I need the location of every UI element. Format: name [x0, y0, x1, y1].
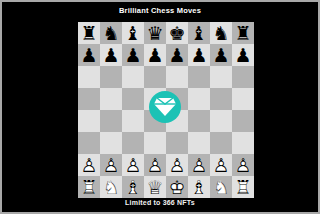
square-f2[interactable]: ♟♙ [188, 154, 210, 176]
white-pawn-outline: ♙ [232, 154, 254, 176]
square-e7[interactable]: ♟ [166, 44, 188, 66]
square-g7[interactable]: ♟ [210, 44, 232, 66]
square-a4[interactable] [78, 110, 100, 132]
square-d2[interactable]: ♟♙ [144, 154, 166, 176]
square-g8[interactable]: ♞ [210, 22, 232, 44]
square-c7[interactable]: ♟ [122, 44, 144, 66]
square-h4[interactable] [232, 110, 254, 132]
black-pawn: ♟ [100, 44, 122, 66]
white-pawn: ♟ [144, 154, 166, 176]
black-king: ♚ [166, 22, 188, 44]
black-queen: ♛ [144, 22, 166, 44]
black-pawn: ♟ [78, 44, 100, 66]
square-a7[interactable]: ♟ [78, 44, 100, 66]
square-d3[interactable] [144, 132, 166, 154]
white-rook: ♜ [78, 176, 100, 198]
gem-badge [149, 91, 181, 123]
black-pawn: ♟ [232, 44, 254, 66]
square-g6[interactable] [210, 66, 232, 88]
square-e6[interactable] [166, 66, 188, 88]
white-bishop-outline: ♗ [188, 176, 210, 198]
edition-caption: Limited to 366 NFTs [2, 196, 318, 210]
white-bishop: ♝ [122, 176, 144, 198]
square-g5[interactable] [210, 88, 232, 110]
page-title: Brilliant Chess Moves [2, 4, 318, 18]
square-h5[interactable] [232, 88, 254, 110]
white-knight-outline: ♘ [100, 176, 122, 198]
square-c4[interactable] [122, 110, 144, 132]
white-bishop-outline: ♗ [122, 176, 144, 198]
square-c2[interactable]: ♟♙ [122, 154, 144, 176]
white-knight: ♞ [210, 176, 232, 198]
square-d6[interactable] [144, 66, 166, 88]
square-g1[interactable]: ♞♘ [210, 176, 232, 198]
square-b2[interactable]: ♟♙ [100, 154, 122, 176]
square-f7[interactable]: ♟ [188, 44, 210, 66]
square-f3[interactable] [188, 132, 210, 154]
square-b4[interactable] [100, 110, 122, 132]
square-h3[interactable] [232, 132, 254, 154]
white-queen-outline: ♕ [144, 176, 166, 198]
square-b1[interactable]: ♞♘ [100, 176, 122, 198]
square-g4[interactable] [210, 110, 232, 132]
square-d7[interactable]: ♟ [144, 44, 166, 66]
white-rook-outline: ♖ [78, 176, 100, 198]
square-h7[interactable]: ♟ [232, 44, 254, 66]
square-h6[interactable] [232, 66, 254, 88]
square-a8[interactable]: ♜ [78, 22, 100, 44]
white-rook-outline: ♖ [232, 176, 254, 198]
square-e8[interactable]: ♚ [166, 22, 188, 44]
white-pawn: ♟ [166, 154, 188, 176]
square-e3[interactable] [166, 132, 188, 154]
square-h2[interactable]: ♟♙ [232, 154, 254, 176]
white-pawn-outline: ♙ [100, 154, 122, 176]
black-pawn: ♟ [188, 44, 210, 66]
white-bishop: ♝ [188, 176, 210, 198]
square-c1[interactable]: ♝♗ [122, 176, 144, 198]
white-pawn: ♟ [232, 154, 254, 176]
square-c8[interactable]: ♝ [122, 22, 144, 44]
square-c5[interactable] [122, 88, 144, 110]
square-g3[interactable] [210, 132, 232, 154]
square-b3[interactable] [100, 132, 122, 154]
white-pawn-outline: ♙ [144, 154, 166, 176]
white-pawn-outline: ♙ [122, 154, 144, 176]
square-a3[interactable] [78, 132, 100, 154]
white-pawn-outline: ♙ [166, 154, 188, 176]
black-pawn: ♟ [144, 44, 166, 66]
white-pawn-outline: ♙ [78, 154, 100, 176]
white-pawn-outline: ♙ [188, 154, 210, 176]
white-pawn: ♟ [210, 154, 232, 176]
white-knight: ♞ [100, 176, 122, 198]
white-pawn: ♟ [78, 154, 100, 176]
square-c3[interactable] [122, 132, 144, 154]
white-knight-outline: ♘ [210, 176, 232, 198]
square-d8[interactable]: ♛ [144, 22, 166, 44]
black-bishop: ♝ [122, 22, 144, 44]
square-f5[interactable] [188, 88, 210, 110]
black-rook: ♜ [78, 22, 100, 44]
square-f4[interactable] [188, 110, 210, 132]
black-knight: ♞ [210, 22, 232, 44]
square-h1[interactable]: ♜♖ [232, 176, 254, 198]
white-pawn: ♟ [100, 154, 122, 176]
square-d1[interactable]: ♛♕ [144, 176, 166, 198]
black-knight: ♞ [100, 22, 122, 44]
square-f1[interactable]: ♝♗ [188, 176, 210, 198]
square-a5[interactable] [78, 88, 100, 110]
square-c6[interactable] [122, 66, 144, 88]
square-a2[interactable]: ♟♙ [78, 154, 100, 176]
square-b5[interactable] [100, 88, 122, 110]
square-b8[interactable]: ♞ [100, 22, 122, 44]
square-h8[interactable]: ♜ [232, 22, 254, 44]
square-e2[interactable]: ♟♙ [166, 154, 188, 176]
black-rook: ♜ [232, 22, 254, 44]
white-rook: ♜ [232, 176, 254, 198]
square-f8[interactable]: ♝ [188, 22, 210, 44]
square-e1[interactable]: ♚♔ [166, 176, 188, 198]
black-bishop: ♝ [188, 22, 210, 44]
black-pawn: ♟ [166, 44, 188, 66]
white-king: ♚ [166, 176, 188, 198]
white-pawn: ♟ [188, 154, 210, 176]
square-b6[interactable] [100, 66, 122, 88]
square-f6[interactable] [188, 66, 210, 88]
square-g2[interactable]: ♟♙ [210, 154, 232, 176]
white-queen: ♛ [144, 176, 166, 198]
square-a1[interactable]: ♜♖ [78, 176, 100, 198]
white-pawn: ♟ [122, 154, 144, 176]
square-a6[interactable] [78, 66, 100, 88]
black-pawn: ♟ [210, 44, 232, 66]
white-king-outline: ♔ [166, 176, 188, 198]
white-pawn-outline: ♙ [210, 154, 232, 176]
square-b7[interactable]: ♟ [100, 44, 122, 66]
black-pawn: ♟ [122, 44, 144, 66]
nft-card: Brilliant Chess Moves ♜♞♝♛♚♝♞♜♟♟♟♟♟♟♟♟♟♙… [0, 0, 320, 214]
